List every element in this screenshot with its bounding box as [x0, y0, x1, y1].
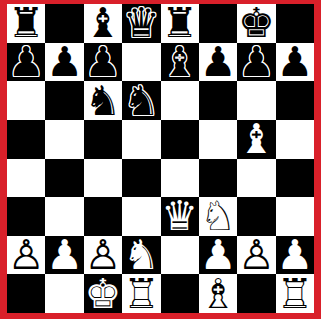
square-d3[interactable]	[122, 197, 160, 236]
piece-white-pawn: ♙	[8, 236, 45, 274]
piece-black-queen: ♛	[123, 4, 160, 42]
square-a2[interactable]: ♙	[7, 236, 45, 275]
piece-white-rook: ♖	[276, 275, 313, 313]
square-a7[interactable]: ♟	[7, 43, 45, 82]
piece-black-knight: ♞	[85, 82, 122, 120]
square-e1[interactable]	[161, 274, 199, 313]
square-h2[interactable]: ♟	[276, 236, 314, 275]
square-b5[interactable]	[45, 120, 83, 159]
piece-black-pawn: ♟	[200, 43, 237, 81]
square-h4[interactable]	[276, 159, 314, 198]
piece-black-rook: ♜	[8, 4, 45, 42]
square-g7[interactable]: ♟	[237, 43, 275, 82]
square-b7[interactable]: ♟	[45, 43, 83, 82]
square-c5[interactable]	[84, 120, 122, 159]
chess-board: ♜♝♛♜♚♟♟♟♝♟♟♟♞♞♝♛♘♙♟♙♞♟♙♟♚♖♗♖	[7, 4, 314, 313]
piece-black-rook: ♜	[161, 4, 198, 42]
square-d2[interactable]: ♞	[122, 236, 160, 275]
square-f8[interactable]	[199, 4, 237, 43]
square-a8[interactable]: ♜	[7, 4, 45, 43]
square-g1[interactable]	[237, 274, 275, 313]
square-b3[interactable]	[45, 197, 83, 236]
square-e2[interactable]	[161, 236, 199, 275]
square-b4[interactable]	[45, 159, 83, 198]
square-c6[interactable]: ♞	[84, 81, 122, 120]
square-a3[interactable]	[7, 197, 45, 236]
piece-black-pawn: ♟	[46, 43, 83, 81]
piece-black-pawn: ♟	[276, 43, 313, 81]
square-h1[interactable]: ♖	[276, 274, 314, 313]
square-c3[interactable]	[84, 197, 122, 236]
square-a4[interactable]	[7, 159, 45, 198]
piece-white-bishop: ♗	[200, 275, 237, 313]
square-g8[interactable]: ♚	[237, 4, 275, 43]
square-d8[interactable]: ♛	[122, 4, 160, 43]
square-b2[interactable]: ♟	[45, 236, 83, 275]
square-g3[interactable]	[237, 197, 275, 236]
square-c7[interactable]: ♟	[84, 43, 122, 82]
piece-black-king: ♚	[238, 4, 275, 42]
square-f7[interactable]: ♟	[199, 43, 237, 82]
square-f6[interactable]	[199, 81, 237, 120]
square-c8[interactable]: ♝	[84, 4, 122, 43]
square-b1[interactable]	[45, 274, 83, 313]
square-f1[interactable]: ♗	[199, 274, 237, 313]
square-d4[interactable]	[122, 159, 160, 198]
square-d6[interactable]: ♞	[122, 81, 160, 120]
square-a1[interactable]	[7, 274, 45, 313]
piece-white-knight: ♞	[123, 236, 160, 274]
piece-black-knight: ♞	[123, 82, 160, 120]
square-d7[interactable]	[122, 43, 160, 82]
piece-white-pawn: ♟	[46, 236, 83, 274]
piece-white-rook: ♖	[123, 275, 160, 313]
piece-white-pawn: ♙	[238, 236, 275, 274]
square-g4[interactable]	[237, 159, 275, 198]
piece-white-bishop: ♝	[238, 120, 275, 158]
piece-black-pawn: ♟	[238, 43, 275, 81]
square-a5[interactable]	[7, 120, 45, 159]
piece-white-queen: ♛	[161, 197, 198, 235]
board-frame: ♜♝♛♜♚♟♟♟♝♟♟♟♞♞♝♛♘♙♟♙♞♟♙♟♚♖♗♖	[0, 0, 321, 319]
piece-black-bishop: ♝	[85, 4, 122, 42]
square-e6[interactable]	[161, 81, 199, 120]
square-h5[interactable]	[276, 120, 314, 159]
square-g6[interactable]	[237, 81, 275, 120]
piece-white-pawn: ♟	[200, 236, 237, 274]
square-c1[interactable]: ♚	[84, 274, 122, 313]
square-e4[interactable]	[161, 159, 199, 198]
piece-white-pawn: ♙	[85, 236, 122, 274]
square-b6[interactable]	[45, 81, 83, 120]
square-e7[interactable]: ♝	[161, 43, 199, 82]
square-c2[interactable]: ♙	[84, 236, 122, 275]
square-f3[interactable]: ♘	[199, 197, 237, 236]
square-a6[interactable]	[7, 81, 45, 120]
square-f4[interactable]	[199, 159, 237, 198]
square-b8[interactable]	[45, 4, 83, 43]
square-e8[interactable]: ♜	[161, 4, 199, 43]
piece-white-king: ♚	[85, 275, 122, 313]
piece-black-bishop: ♝	[161, 43, 198, 81]
square-g2[interactable]: ♙	[237, 236, 275, 275]
square-h8[interactable]	[276, 4, 314, 43]
square-e5[interactable]	[161, 120, 199, 159]
square-f5[interactable]	[199, 120, 237, 159]
square-c4[interactable]	[84, 159, 122, 198]
square-h3[interactable]	[276, 197, 314, 236]
square-h7[interactable]: ♟	[276, 43, 314, 82]
square-d1[interactable]: ♖	[122, 274, 160, 313]
piece-black-pawn: ♟	[8, 43, 45, 81]
square-g5[interactable]: ♝	[237, 120, 275, 159]
square-f2[interactable]: ♟	[199, 236, 237, 275]
square-d5[interactable]	[122, 120, 160, 159]
square-e3[interactable]: ♛	[161, 197, 199, 236]
square-h6[interactable]	[276, 81, 314, 120]
piece-white-knight: ♘	[200, 197, 237, 235]
piece-white-pawn: ♟	[276, 236, 313, 274]
piece-black-pawn: ♟	[85, 43, 122, 81]
